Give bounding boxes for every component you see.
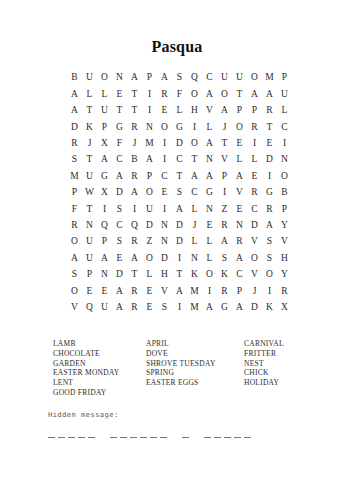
grid-cell: Q	[187, 70, 202, 86]
word-list-item: LENT	[53, 378, 120, 388]
grid-cell: A	[247, 86, 262, 102]
grid-cell: A	[67, 103, 82, 119]
grid-cell: N	[112, 70, 127, 86]
grid-cell: I	[277, 136, 292, 152]
grid-cell: A	[202, 299, 217, 315]
grid-cell: R	[277, 283, 292, 299]
grid-cell: R	[67, 218, 82, 234]
blank-word-group	[110, 429, 170, 438]
grid-cell: A	[67, 250, 82, 266]
grid-cell: P	[232, 283, 247, 299]
grid-cell: N	[82, 218, 97, 234]
grid-cell: A	[112, 283, 127, 299]
grid-cell: D	[157, 250, 172, 266]
grid-cell: M	[187, 299, 202, 315]
grid-cell: O	[187, 136, 202, 152]
grid-cell: R	[217, 218, 232, 234]
grid-cell: P	[82, 267, 97, 283]
grid-cell: J	[217, 119, 232, 135]
grid-cell: I	[157, 152, 172, 168]
grid-cell: D	[262, 152, 277, 168]
grid-cell: L	[202, 119, 217, 135]
grid-cell: C	[112, 218, 127, 234]
grid-cell: L	[142, 267, 157, 283]
grid-cell: A	[262, 86, 277, 102]
grid-cell: X	[277, 299, 292, 315]
grid-cell: C	[232, 267, 247, 283]
grid-cell: J	[247, 283, 262, 299]
grid-cell: C	[202, 70, 217, 86]
grid-cell: M	[187, 283, 202, 299]
answer-blank	[204, 429, 211, 438]
grid-cell: E	[82, 283, 97, 299]
grid-cell: A	[172, 201, 187, 217]
grid-cell: S	[172, 70, 187, 86]
grid-cell: V	[157, 283, 172, 299]
grid-cell: L	[247, 152, 262, 168]
grid-cell: P	[142, 70, 157, 86]
grid-cell: J	[127, 136, 142, 152]
grid-cell: A	[232, 168, 247, 184]
grid-cell: L	[82, 86, 97, 102]
grid-cell: E	[202, 218, 217, 234]
grid-cell: K	[187, 267, 202, 283]
grid-cell: I	[157, 201, 172, 217]
grid-cell: A	[142, 152, 157, 168]
word-list-item: NEST	[244, 359, 284, 369]
hidden-message-label: Hidden message:	[48, 411, 119, 419]
grid-cell: C	[112, 152, 127, 168]
grid-cell: A	[112, 299, 127, 315]
answer-blank	[120, 429, 127, 438]
grid-cell: U	[82, 70, 97, 86]
grid-cell: T	[172, 168, 187, 184]
grid-cell: M	[67, 168, 82, 184]
answer-blank	[48, 429, 55, 438]
grid-cell: K	[217, 267, 232, 283]
grid-cell: R	[217, 283, 232, 299]
grid-cell: S	[67, 152, 82, 168]
grid-cell: Y	[277, 218, 292, 234]
grid-cell: M	[142, 136, 157, 152]
grid-cell: R	[247, 119, 262, 135]
grid-cell: R	[262, 201, 277, 217]
grid-cell: H	[277, 250, 292, 266]
grid-cell: L	[277, 103, 292, 119]
grid-cell: G	[202, 185, 217, 201]
grid-cell: F	[172, 86, 187, 102]
grid-cell: Q	[82, 299, 97, 315]
grid-cell: P	[97, 234, 112, 250]
word-list-column: APRILDOVESHROVE TUESDAYSPRINGEASTER EGGS	[146, 339, 216, 388]
word-list-item: FRITTER	[244, 349, 284, 359]
grid-cell: P	[217, 168, 232, 184]
grid-cell: I	[172, 250, 187, 266]
grid-cell: R	[127, 299, 142, 315]
answer-blank	[244, 429, 251, 438]
grid-cell: N	[97, 267, 112, 283]
answer-blank	[214, 429, 221, 438]
puzzle-title: Pasqua	[0, 38, 354, 56]
grid-cell: A	[202, 86, 217, 102]
grid-cell: S	[262, 234, 277, 250]
worksheet-page: Pasqua BUONAPASQCUUOMPALLETIRFOAOTAAUATU…	[0, 0, 354, 500]
grid-cell: L	[172, 103, 187, 119]
grid-cell: D	[247, 299, 262, 315]
word-list-item: SPRING	[146, 368, 216, 378]
grid-cell: R	[247, 185, 262, 201]
grid-cell: K	[82, 119, 97, 135]
grid-cell: R	[262, 103, 277, 119]
grid-cell: V	[232, 185, 247, 201]
grid-cell: I	[262, 168, 277, 184]
letter-grid: BUONAPASQCUUOMPALLETIRFOAOTAAUATUTTIELHV…	[67, 70, 292, 316]
grid-cell: Q	[97, 218, 112, 234]
grid-cell: U	[82, 250, 97, 266]
grid-cell: R	[127, 119, 142, 135]
grid-cell: M	[262, 70, 277, 86]
grid-cell: V	[247, 267, 262, 283]
grid-cell: D	[172, 234, 187, 250]
grid-cell: D	[172, 218, 187, 234]
word-list-column: LAMBCHOCOLATEGARDENEASTER MONDAYLENTGOOD…	[53, 339, 120, 398]
grid-cell: V	[217, 152, 232, 168]
grid-cell: E	[142, 299, 157, 315]
grid-cell: A	[127, 185, 142, 201]
grid-cell: E	[247, 168, 262, 184]
answer-blank	[160, 429, 167, 438]
grid-cell: V	[277, 234, 292, 250]
grid-cell: Q	[127, 218, 142, 234]
grid-cell: O	[67, 234, 82, 250]
grid-cell: C	[157, 168, 172, 184]
grid-cell: N	[187, 250, 202, 266]
grid-cell: E	[232, 201, 247, 217]
word-list-item: DOVE	[146, 349, 216, 359]
grid-cell: E	[232, 136, 247, 152]
grid-cell: O	[67, 283, 82, 299]
grid-cell: V	[247, 234, 262, 250]
grid-cell: E	[262, 136, 277, 152]
grid-cell: A	[97, 250, 112, 266]
grid-cell: T	[82, 152, 97, 168]
grid-cell: T	[232, 86, 247, 102]
grid-cell: O	[262, 267, 277, 283]
grid-cell: I	[202, 283, 217, 299]
grid-cell: G	[217, 299, 232, 315]
grid-cell: I	[142, 86, 157, 102]
grid-cell: H	[187, 103, 202, 119]
grid-cell: D	[112, 267, 127, 283]
grid-cell: T	[217, 136, 232, 152]
grid-cell: A	[67, 86, 82, 102]
grid-cell: T	[127, 103, 142, 119]
grid-cell: I	[217, 185, 232, 201]
grid-cell: E	[112, 86, 127, 102]
grid-cell: R	[157, 86, 172, 102]
answer-blank	[150, 429, 157, 438]
grid-cell: A	[232, 250, 247, 266]
grid-cell: C	[277, 119, 292, 135]
grid-cell: L	[187, 201, 202, 217]
grid-cell: B	[127, 152, 142, 168]
grid-cell: G	[97, 168, 112, 184]
grid-cell: P	[97, 119, 112, 135]
grid-cell: D	[247, 218, 262, 234]
grid-cell: O	[157, 119, 172, 135]
grid-cell: Y	[277, 267, 292, 283]
grid-cell: Z	[142, 234, 157, 250]
grid-cell: N	[202, 201, 217, 217]
grid-cell: O	[202, 267, 217, 283]
answer-blank	[234, 429, 241, 438]
grid-cell: E	[112, 250, 127, 266]
grid-cell: A	[97, 152, 112, 168]
answer-blank	[130, 429, 137, 438]
grid-cell: T	[172, 267, 187, 283]
grid-cell: C	[247, 201, 262, 217]
grid-cell: U	[82, 168, 97, 184]
grid-cell: I	[142, 103, 157, 119]
grid-cell: R	[232, 234, 247, 250]
answer-blank	[224, 429, 231, 438]
grid-cell: R	[127, 234, 142, 250]
grid-cell: X	[97, 185, 112, 201]
grid-cell: A	[202, 136, 217, 152]
word-list-item: HOLIDAY	[244, 378, 284, 388]
grid-cell: H	[157, 267, 172, 283]
grid-cell: T	[262, 119, 277, 135]
grid-cell: V	[202, 103, 217, 119]
grid-cell: G	[172, 119, 187, 135]
grid-cell: T	[127, 86, 142, 102]
grid-cell: I	[127, 201, 142, 217]
grid-cell: E	[157, 185, 172, 201]
grid-cell: N	[157, 234, 172, 250]
grid-cell: E	[157, 103, 172, 119]
word-list-item: CHOCOLATE	[53, 349, 120, 359]
grid-cell: P	[67, 185, 82, 201]
grid-cell: S	[112, 201, 127, 217]
grid-cell: E	[97, 283, 112, 299]
answer-blank	[58, 429, 65, 438]
grid-cell: A	[127, 70, 142, 86]
answer-blank	[110, 429, 117, 438]
grid-cell: L	[202, 234, 217, 250]
grid-cell: G	[112, 119, 127, 135]
grid-cell: I	[247, 136, 262, 152]
grid-cell: T	[187, 152, 202, 168]
grid-cell: L	[97, 86, 112, 102]
grid-cell: O	[247, 250, 262, 266]
grid-cell: T	[127, 267, 142, 283]
blank-word-group	[182, 429, 192, 438]
grid-cell: A	[127, 250, 142, 266]
grid-cell: J	[82, 136, 97, 152]
word-list-item: APRIL	[146, 339, 216, 349]
grid-cell: B	[67, 70, 82, 86]
grid-cell: P	[277, 201, 292, 217]
grid-cell: A	[172, 283, 187, 299]
grid-cell: D	[172, 136, 187, 152]
grid-cell: N	[202, 152, 217, 168]
grid-cell: O	[247, 70, 262, 86]
grid-cell: I	[157, 136, 172, 152]
grid-cell: L	[232, 152, 247, 168]
grid-cell: O	[187, 86, 202, 102]
grid-cell: P	[277, 70, 292, 86]
word-list-item: EASTER MONDAY	[53, 368, 120, 378]
grid-cell: B	[277, 185, 292, 201]
word-list-column: CARNIVALFRITTERNESTCHICKHOLIDAY	[244, 339, 284, 388]
grid-cell: P	[142, 168, 157, 184]
word-list-item: CARNIVAL	[244, 339, 284, 349]
grid-cell: U	[82, 234, 97, 250]
grid-cell: E	[142, 283, 157, 299]
grid-cell: R	[127, 168, 142, 184]
grid-cell: V	[67, 299, 82, 315]
grid-cell: T	[82, 103, 97, 119]
grid-cell: U	[142, 201, 157, 217]
grid-cell: A	[157, 70, 172, 86]
grid-cell: S	[262, 250, 277, 266]
blank-word-group	[48, 429, 98, 438]
grid-cell: T	[82, 201, 97, 217]
grid-cell: N	[232, 218, 247, 234]
grid-cell: S	[67, 267, 82, 283]
grid-cell: L	[202, 250, 217, 266]
grid-cell: F	[112, 136, 127, 152]
grid-cell: I	[97, 201, 112, 217]
grid-cell: X	[97, 136, 112, 152]
grid-cell: O	[97, 70, 112, 86]
grid-cell: Z	[217, 201, 232, 217]
grid-cell: R	[127, 283, 142, 299]
grid-cell: S	[172, 185, 187, 201]
grid-cell: C	[172, 152, 187, 168]
grid-cell: A	[232, 299, 247, 315]
word-list-item: GARDEN	[53, 359, 120, 369]
answer-blank	[78, 429, 85, 438]
answer-blank	[182, 429, 189, 438]
word-list-item: CHICK	[244, 368, 284, 378]
grid-cell: W	[82, 185, 97, 201]
grid-cell: C	[187, 185, 202, 201]
grid-cell: U	[97, 103, 112, 119]
word-list-item: SHROVE TUESDAY	[146, 359, 216, 369]
word-list-item: EASTER EGGS	[146, 378, 216, 388]
grid-cell: P	[247, 103, 262, 119]
answer-blank	[140, 429, 147, 438]
grid-cell: U	[277, 86, 292, 102]
grid-cell: K	[262, 299, 277, 315]
blank-word-group	[204, 429, 254, 438]
grid-cell: A	[187, 168, 202, 184]
grid-cell: P	[232, 103, 247, 119]
grid-cell: S	[112, 234, 127, 250]
grid-cell: A	[262, 218, 277, 234]
grid-cell: S	[217, 250, 232, 266]
grid-cell: T	[112, 103, 127, 119]
grid-cell: R	[67, 136, 82, 152]
grid-cell: A	[217, 103, 232, 119]
grid-cell: D	[112, 185, 127, 201]
grid-cell: U	[232, 70, 247, 86]
grid-cell: U	[217, 70, 232, 86]
grid-cell: A	[217, 234, 232, 250]
grid-cell: A	[202, 168, 217, 184]
answer-blank	[68, 429, 75, 438]
grid-cell: U	[97, 299, 112, 315]
grid-cell: O	[217, 86, 232, 102]
grid-cell: G	[262, 185, 277, 201]
grid-cell: J	[187, 218, 202, 234]
grid-cell: D	[142, 218, 157, 234]
grid-cell: D	[67, 119, 82, 135]
grid-cell: F	[67, 201, 82, 217]
grid-cell: O	[142, 250, 157, 266]
grid-cell: N	[277, 152, 292, 168]
grid-cell: N	[142, 119, 157, 135]
grid-cell: O	[232, 119, 247, 135]
grid-cell: I	[262, 283, 277, 299]
grid-cell: O	[142, 185, 157, 201]
grid-cell: O	[277, 168, 292, 184]
word-list-item: LAMB	[53, 339, 120, 349]
grid-cell: A	[112, 168, 127, 184]
grid-cell: S	[157, 299, 172, 315]
word-list-item: GOOD FRIDAY	[53, 388, 120, 398]
grid-cell: I	[172, 299, 187, 315]
hidden-message-blanks	[48, 429, 266, 438]
answer-blank	[88, 429, 95, 438]
grid-cell: N	[157, 218, 172, 234]
grid-cell: I	[187, 119, 202, 135]
grid-cell: L	[187, 234, 202, 250]
